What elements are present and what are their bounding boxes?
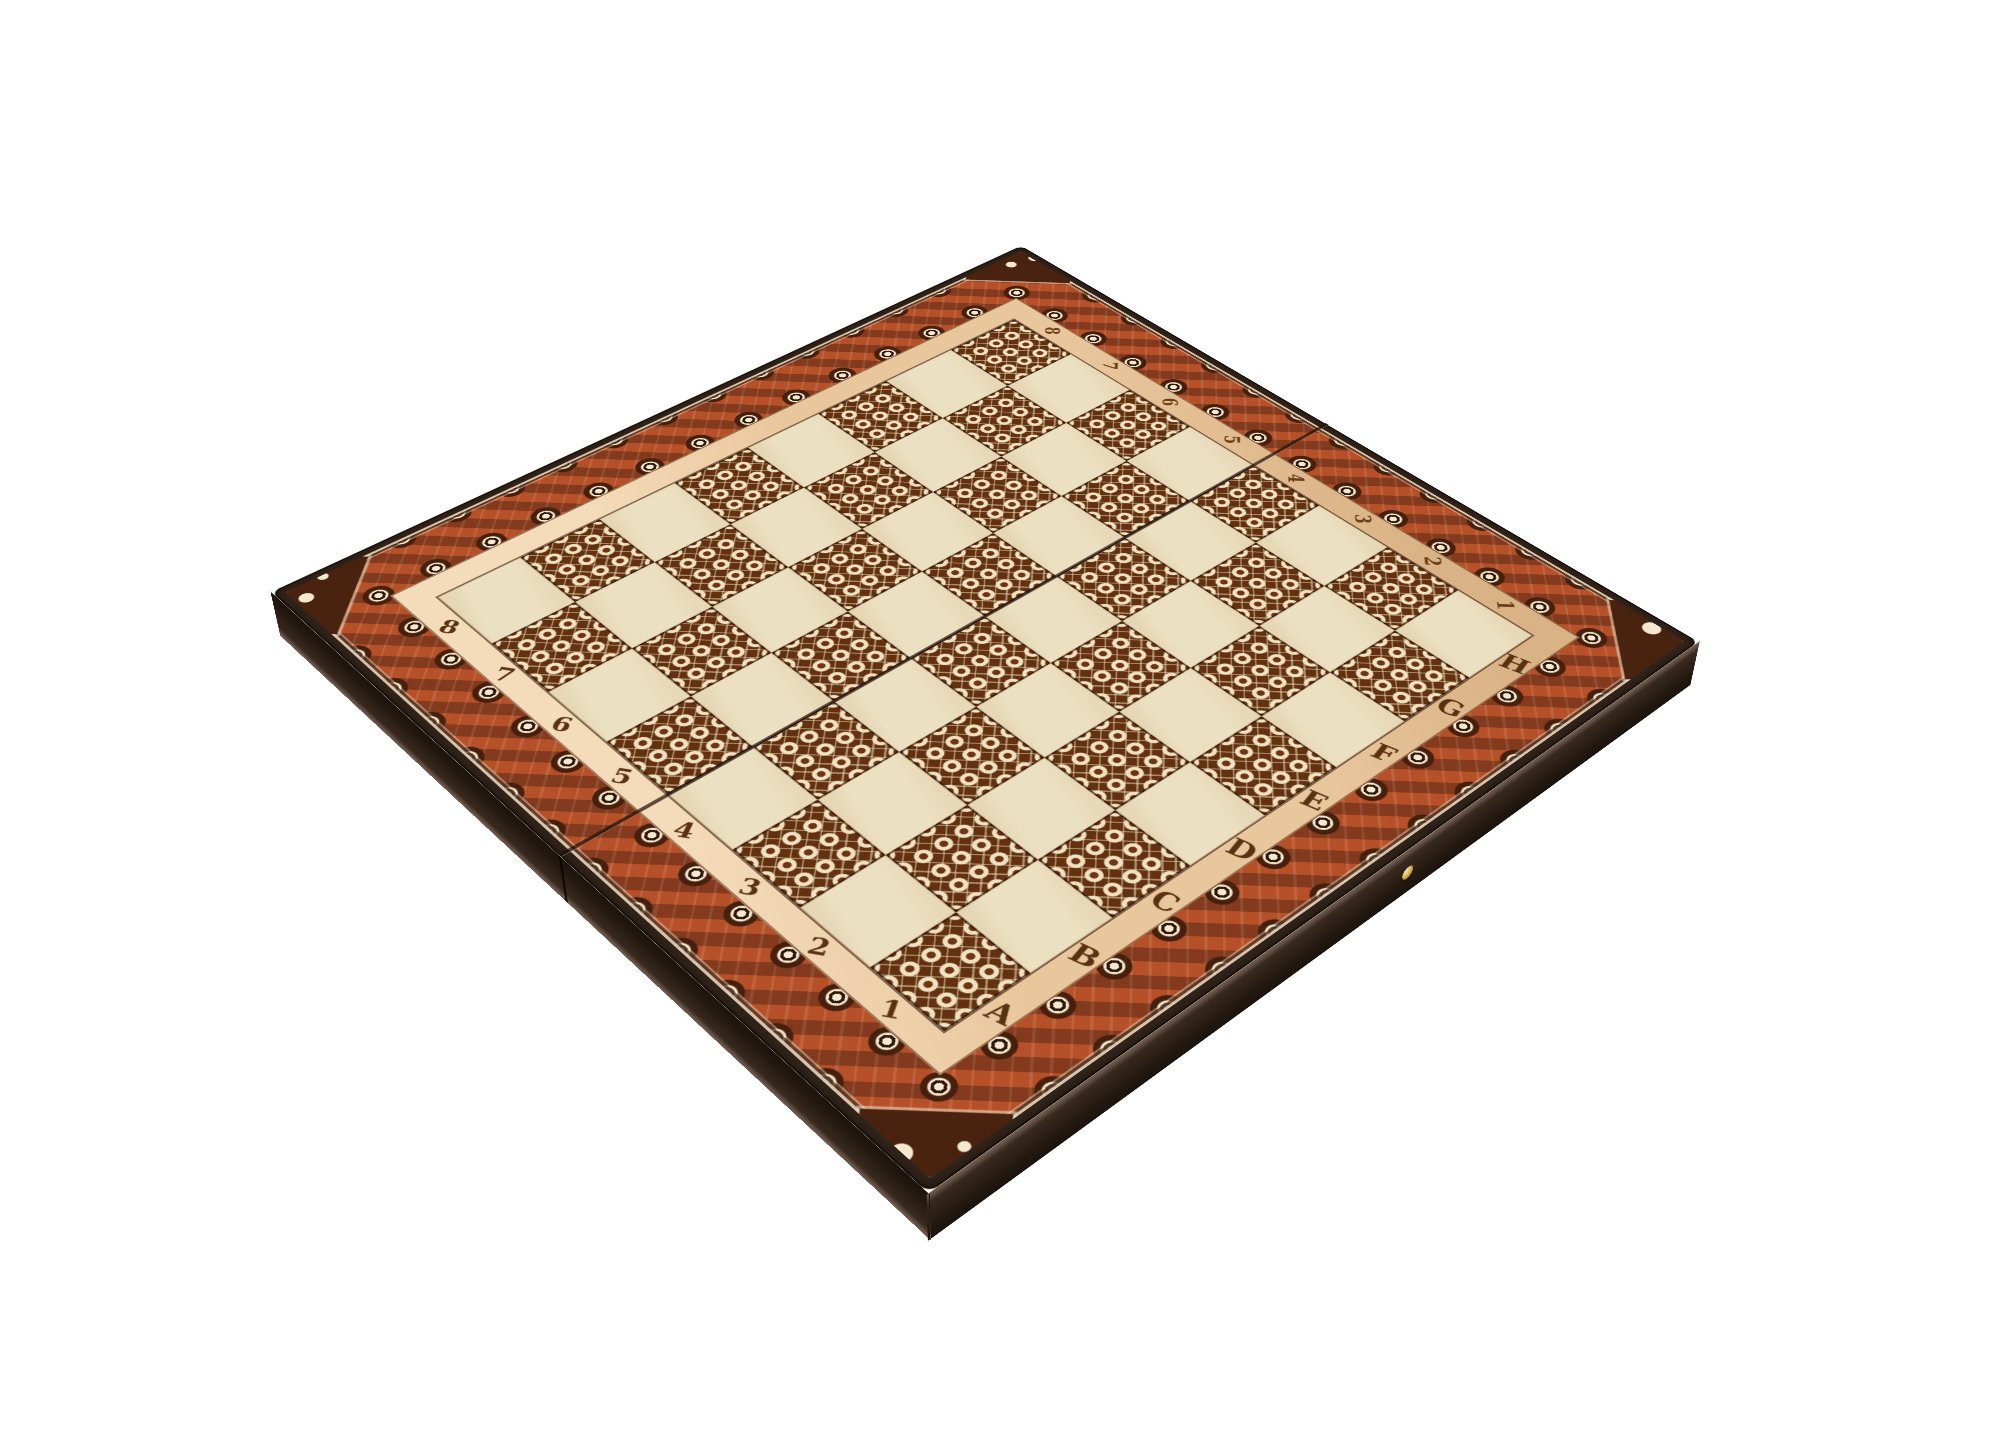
- perspective-wrapper: 1122334455667788ABCDEFGH ♜♞♝♚♛♝♞♜♟♟♟♟♟♟♟…: [463, 95, 1508, 1140]
- black-pawn-glyph: ♟: [1028, 358, 1111, 392]
- black-pawn-glyph: ♟: [825, 457, 916, 495]
- black-pawn-glyph: ♟: [895, 423, 983, 459]
- black-rook-glyph: ♜: [447, 552, 578, 605]
- chess-board: 1122334455667788ABCDEFGH ♜♞♝♚♛♝♞♜♟♟♟♟♟♟♟…: [271, 246, 1698, 1193]
- black-pawn-glyph: ♟: [752, 492, 846, 531]
- photo-stage: 1122334455667788ABCDEFGH ♜♞♝♚♛♝♞♜♟♟♟♟♟♟♟…: [0, 0, 2000, 1446]
- black-pawn-glyph: ♟: [676, 529, 773, 569]
- black-pawn-glyph: ♟: [962, 390, 1047, 425]
- black-pawn-glyph: ♟: [597, 568, 698, 610]
- latch-pin: [1401, 863, 1413, 883]
